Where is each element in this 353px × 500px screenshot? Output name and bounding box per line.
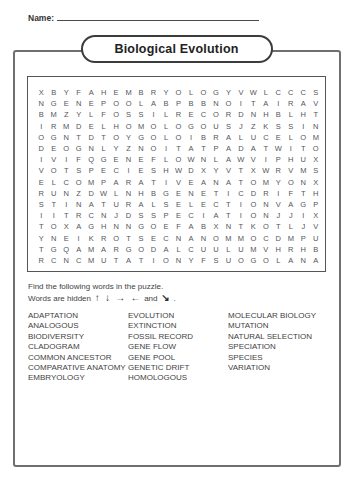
letter-cell[interactable]: G <box>47 244 59 255</box>
letter-cell[interactable]: D <box>147 244 159 255</box>
letter-cell[interactable]: H <box>260 109 272 120</box>
letter-cell[interactable]: A <box>185 232 197 243</box>
letter-cell[interactable]: T <box>35 221 47 232</box>
letter-cell[interactable]: S <box>135 210 147 221</box>
letter-cell[interactable]: H <box>97 221 109 232</box>
letter-cell[interactable]: V <box>35 165 47 176</box>
letter-cell[interactable]: N <box>72 98 84 109</box>
letter-cell[interactable]: G <box>47 132 59 143</box>
letter-cell[interactable]: I <box>72 232 84 243</box>
letter-cell[interactable]: W <box>235 154 247 165</box>
letter-cell[interactable]: M <box>122 87 134 98</box>
letter-cell[interactable]: R <box>47 121 59 132</box>
letter-cell[interactable]: R <box>172 109 184 120</box>
letter-cell[interactable]: G <box>135 132 147 143</box>
letter-cell[interactable]: A <box>222 132 234 143</box>
letter-cell[interactable]: K <box>247 221 259 232</box>
letter-cell[interactable]: N <box>122 221 134 232</box>
letter-cell[interactable]: S <box>222 121 234 132</box>
letter-cell[interactable]: N <box>122 188 134 199</box>
letter-cell[interactable]: O <box>110 232 122 243</box>
letter-cell[interactable]: V <box>310 221 322 232</box>
letter-cell[interactable]: U <box>235 244 247 255</box>
letter-cell[interactable]: L <box>135 98 147 109</box>
letter-cell[interactable]: U <box>197 244 209 255</box>
letter-cell[interactable]: G <box>135 221 147 232</box>
letter-cell[interactable]: J <box>285 210 297 221</box>
letter-cell[interactable]: L <box>285 221 297 232</box>
letter-cell[interactable]: A <box>72 244 84 255</box>
letter-cell[interactable]: E <box>85 98 97 109</box>
letter-cell[interactable]: V <box>272 199 284 210</box>
letter-cell[interactable]: X <box>310 154 322 165</box>
letter-cell[interactable]: T <box>97 199 109 210</box>
letter-cell[interactable]: I <box>235 210 247 221</box>
letter-cell[interactable]: A <box>72 221 84 232</box>
letter-cell[interactable]: H <box>272 244 284 255</box>
letter-cell[interactable]: N <box>260 199 272 210</box>
letter-cell[interactable]: A <box>85 199 97 210</box>
letter-cell[interactable]: O <box>297 132 309 143</box>
letter-cell[interactable]: O <box>122 121 134 132</box>
letter-cell[interactable]: W <box>97 188 109 199</box>
letter-cell[interactable]: A <box>135 177 147 188</box>
letter-cell[interactable]: U <box>110 199 122 210</box>
letter-cell[interactable]: M <box>247 244 259 255</box>
letter-cell[interactable]: M <box>47 109 59 120</box>
letter-cell[interactable]: B <box>47 87 59 98</box>
letter-cell[interactable]: O <box>260 221 272 232</box>
letter-cell[interactable]: O <box>135 244 147 255</box>
letter-cell[interactable]: F <box>72 154 84 165</box>
letter-cell[interactable]: B <box>310 244 322 255</box>
letter-cell[interactable]: A <box>185 221 197 232</box>
letter-cell[interactable]: A <box>222 154 234 165</box>
letter-cell[interactable]: B <box>185 98 197 109</box>
letter-cell[interactable]: B <box>135 87 147 98</box>
letter-cell[interactable]: F <box>285 188 297 199</box>
letter-cell[interactable]: O <box>222 98 234 109</box>
letter-cell[interactable]: F <box>172 221 184 232</box>
letter-cell[interactable]: U <box>222 255 234 266</box>
letter-cell[interactable]: M <box>60 121 72 132</box>
letter-cell[interactable]: I <box>147 109 159 120</box>
letter-cell[interactable]: G <box>210 87 222 98</box>
letter-cell[interactable]: O <box>247 232 259 243</box>
letter-cell[interactable]: U <box>297 154 309 165</box>
letter-cell[interactable]: N <box>172 255 184 266</box>
letter-cell[interactable]: T <box>60 210 72 221</box>
letter-cell[interactable]: Y <box>222 87 234 98</box>
letter-cell[interactable]: I <box>122 165 134 176</box>
letter-cell[interactable]: C <box>297 87 309 98</box>
letter-cell[interactable]: E <box>172 210 184 221</box>
letter-cell[interactable]: S <box>122 109 134 120</box>
letter-cell[interactable]: N <box>72 199 84 210</box>
letter-cell[interactable]: B <box>197 221 209 232</box>
letter-cell[interactable]: I <box>260 154 272 165</box>
letter-cell[interactable]: W <box>185 154 197 165</box>
letter-cell[interactable]: S <box>160 199 172 210</box>
letter-cell[interactable]: S <box>285 121 297 132</box>
letter-cell[interactable]: A <box>97 244 109 255</box>
letter-cell[interactable]: R <box>35 255 47 266</box>
letter-cell[interactable]: F <box>197 255 209 266</box>
letter-cell[interactable]: D <box>272 232 284 243</box>
letter-cell[interactable]: T <box>72 132 84 143</box>
letter-cell[interactable]: L <box>210 154 222 165</box>
letter-cell[interactable]: I <box>272 188 284 199</box>
letter-cell[interactable]: D <box>85 188 97 199</box>
letter-cell[interactable]: O <box>47 221 59 232</box>
letter-cell[interactable]: D <box>247 188 259 199</box>
letter-cell[interactable]: S <box>147 165 159 176</box>
letter-cell[interactable]: N <box>85 143 97 154</box>
letter-cell[interactable]: O <box>147 143 159 154</box>
letter-cell[interactable]: Q <box>60 244 72 255</box>
letter-cell[interactable]: J <box>272 210 284 221</box>
letter-cell[interactable]: A <box>197 177 209 188</box>
letter-cell[interactable]: N <box>210 98 222 109</box>
letter-cell[interactable]: O <box>247 199 259 210</box>
letter-cell[interactable]: D <box>235 109 247 120</box>
letter-cell[interactable]: N <box>60 255 72 266</box>
letter-cell[interactable]: E <box>197 188 209 199</box>
letter-cell[interactable]: K <box>260 121 272 132</box>
letter-cell[interactable]: V <box>285 165 297 176</box>
letter-cell[interactable]: Y <box>272 177 284 188</box>
letter-cell[interactable]: I <box>47 210 59 221</box>
letter-cell[interactable]: G <box>85 221 97 232</box>
letter-cell[interactable]: O <box>310 143 322 154</box>
letter-cell[interactable]: N <box>60 188 72 199</box>
letter-cell[interactable]: E <box>160 221 172 232</box>
letter-cell[interactable]: Y <box>110 143 122 154</box>
letter-cell[interactable]: A <box>185 143 197 154</box>
letter-cell[interactable]: L <box>260 87 272 98</box>
letter-cell[interactable]: I <box>160 143 172 154</box>
letter-cell[interactable]: C <box>197 109 209 120</box>
letter-cell[interactable]: O <box>110 132 122 143</box>
letter-cell[interactable]: T <box>60 165 72 176</box>
letter-cell[interactable]: F <box>97 109 109 120</box>
letter-cell[interactable]: E <box>135 165 147 176</box>
letter-cell[interactable]: M <box>285 232 297 243</box>
letter-cell[interactable]: N <box>247 109 259 120</box>
letter-cell[interactable]: L <box>110 188 122 199</box>
name-blank-line[interactable] <box>57 12 259 21</box>
letter-cell[interactable]: K <box>85 232 97 243</box>
letter-cell[interactable]: E <box>172 188 184 199</box>
letter-cell[interactable]: P <box>310 199 322 210</box>
letter-cell[interactable]: I <box>60 154 72 165</box>
letter-cell[interactable]: Y <box>160 87 172 98</box>
letter-cell[interactable]: T <box>210 188 222 199</box>
letter-cell[interactable]: C <box>110 165 122 176</box>
letter-cell[interactable]: L <box>285 109 297 120</box>
letter-cell[interactable]: G <box>72 143 84 154</box>
letter-cell[interactable]: T <box>222 199 234 210</box>
letter-cell[interactable]: U <box>97 255 109 266</box>
letter-cell[interactable]: M <box>135 121 147 132</box>
letter-cell[interactable]: D <box>185 165 197 176</box>
letter-cell[interactable]: O <box>122 98 134 109</box>
letter-cell[interactable]: M <box>297 165 309 176</box>
letter-cell[interactable]: O <box>210 232 222 243</box>
letter-cell[interactable]: A <box>110 177 122 188</box>
letter-cell[interactable]: L <box>85 109 97 120</box>
letter-cell[interactable]: A <box>297 98 309 109</box>
letter-cell[interactable]: O <box>147 221 159 232</box>
letter-cell[interactable]: A <box>122 255 134 266</box>
letter-cell[interactable]: I <box>285 143 297 154</box>
letter-cell[interactable]: L <box>47 177 59 188</box>
word-search-grid[interactable]: XBYFAHEMBRYOLOGYVWLCCCSNGENEPOOLABPBBNOI… <box>35 87 322 266</box>
letter-cell[interactable]: I <box>272 98 284 109</box>
letter-cell[interactable]: G <box>297 199 309 210</box>
letter-cell[interactable]: C <box>72 255 84 266</box>
letter-cell[interactable]: V <box>172 177 184 188</box>
letter-cell[interactable]: R <box>222 109 234 120</box>
letter-cell[interactable]: D <box>72 121 84 132</box>
letter-cell[interactable]: E <box>147 232 159 243</box>
letter-cell[interactable]: E <box>172 199 184 210</box>
letter-cell[interactable]: N <box>260 210 272 221</box>
letter-cell[interactable]: L <box>97 143 109 154</box>
letter-cell[interactable]: P <box>272 154 284 165</box>
letter-cell[interactable]: A <box>285 199 297 210</box>
letter-cell[interactable]: L <box>160 154 172 165</box>
letter-cell[interactable]: N <box>135 143 147 154</box>
letter-cell[interactable]: S <box>272 121 284 132</box>
letter-cell[interactable]: M <box>235 232 247 243</box>
letter-cell[interactable]: T <box>222 210 234 221</box>
letter-cell[interactable]: S <box>72 165 84 176</box>
letter-cell[interactable]: P <box>85 165 97 176</box>
letter-cell[interactable]: N <box>210 177 222 188</box>
letter-cell[interactable]: R <box>210 132 222 143</box>
letter-cell[interactable]: A <box>310 255 322 266</box>
letter-cell[interactable]: L <box>222 244 234 255</box>
letter-cell[interactable]: C <box>185 244 197 255</box>
letter-cell[interactable]: G <box>122 244 134 255</box>
letter-cell[interactable]: V <box>310 98 322 109</box>
letter-cell[interactable]: C <box>160 232 172 243</box>
letter-cell[interactable]: N <box>310 121 322 132</box>
letter-cell[interactable]: B <box>147 188 159 199</box>
letter-cell[interactable]: C <box>272 87 284 98</box>
letter-cell[interactable]: O <box>172 132 184 143</box>
letter-cell[interactable]: R <box>260 188 272 199</box>
letter-cell[interactable]: R <box>285 244 297 255</box>
letter-cell[interactable]: O <box>247 177 259 188</box>
letter-cell[interactable]: S <box>210 255 222 266</box>
letter-cell[interactable]: E <box>60 232 72 243</box>
letter-cell[interactable]: S <box>135 232 147 243</box>
letter-cell[interactable]: T <box>235 165 247 176</box>
letter-cell[interactable]: G <box>97 154 109 165</box>
letter-cell[interactable]: X <box>310 177 322 188</box>
letter-cell[interactable]: T <box>260 143 272 154</box>
letter-cell[interactable]: Y <box>60 87 72 98</box>
letter-cell[interactable]: P <box>297 232 309 243</box>
letter-cell[interactable]: O <box>72 177 84 188</box>
letter-cell[interactable]: A <box>85 87 97 98</box>
letter-cell[interactable]: G <box>47 98 59 109</box>
letter-cell[interactable]: N <box>47 232 59 243</box>
letter-cell[interactable]: H <box>285 154 297 165</box>
letter-cell[interactable]: O <box>60 143 72 154</box>
letter-cell[interactable]: I <box>35 210 47 221</box>
letter-cell[interactable]: T <box>247 98 259 109</box>
letter-cell[interactable]: M <box>85 244 97 255</box>
letter-cell[interactable]: B <box>272 109 284 120</box>
letter-cell[interactable]: I <box>147 255 159 266</box>
letter-cell[interactable]: O <box>210 109 222 120</box>
letter-cell[interactable]: R <box>97 232 109 243</box>
letter-cell[interactable]: C <box>60 177 72 188</box>
letter-cell[interactable]: E <box>185 177 197 188</box>
letter-cell[interactable]: I <box>160 177 172 188</box>
letter-cell[interactable]: S <box>310 87 322 98</box>
letter-cell[interactable]: N <box>197 154 209 165</box>
letter-cell[interactable]: T <box>97 132 109 143</box>
letter-cell[interactable]: E <box>185 109 197 120</box>
letter-cell[interactable]: T <box>172 143 184 154</box>
letter-cell[interactable]: L <box>185 199 197 210</box>
letter-cell[interactable]: X <box>247 165 259 176</box>
letter-cell[interactable]: T <box>235 221 247 232</box>
letter-cell[interactable]: O <box>172 121 184 132</box>
letter-cell[interactable]: E <box>97 165 109 176</box>
letter-cell[interactable]: L <box>97 121 109 132</box>
letter-cell[interactable]: V <box>47 154 59 165</box>
letter-cell[interactable]: E <box>60 98 72 109</box>
letter-cell[interactable]: U <box>210 121 222 132</box>
letter-cell[interactable]: L <box>235 132 247 143</box>
letter-cell[interactable]: M <box>85 255 97 266</box>
letter-cell[interactable]: O <box>260 255 272 266</box>
letter-cell[interactable]: L <box>147 199 159 210</box>
letter-cell[interactable]: O <box>147 121 159 132</box>
letter-cell[interactable]: X <box>197 165 209 176</box>
letter-cell[interactable]: E <box>135 154 147 165</box>
letter-cell[interactable]: U <box>47 188 59 199</box>
letter-cell[interactable]: E <box>35 177 47 188</box>
letter-cell[interactable]: I <box>235 98 247 109</box>
letter-cell[interactable]: O <box>197 121 209 132</box>
letter-cell[interactable]: M <box>222 232 234 243</box>
letter-cell[interactable]: I <box>297 121 309 132</box>
letter-cell[interactable]: S <box>147 210 159 221</box>
letter-cell[interactable]: L <box>160 121 172 132</box>
letter-cell[interactable]: W <box>272 143 284 154</box>
letter-cell[interactable]: C <box>85 210 97 221</box>
letter-cell[interactable]: R <box>147 87 159 98</box>
letter-cell[interactable]: W <box>260 165 272 176</box>
letter-cell[interactable]: F <box>147 154 159 165</box>
letter-cell[interactable]: C <box>285 87 297 98</box>
letter-cell[interactable]: D <box>122 210 134 221</box>
letter-cell[interactable]: I <box>185 132 197 143</box>
letter-cell[interactable]: I <box>35 154 47 165</box>
letter-cell[interactable]: S <box>135 109 147 120</box>
letter-cell[interactable]: B <box>197 132 209 143</box>
letter-cell[interactable]: T <box>47 199 59 210</box>
letter-cell[interactable]: B <box>197 98 209 109</box>
letter-cell[interactable]: G <box>185 121 197 132</box>
letter-cell[interactable]: C <box>260 132 272 143</box>
letter-cell[interactable]: N <box>172 232 184 243</box>
letter-cell[interactable]: I <box>297 210 309 221</box>
letter-cell[interactable]: T <box>135 255 147 266</box>
letter-cell[interactable]: T <box>147 177 159 188</box>
letter-cell[interactable]: A <box>210 210 222 221</box>
letter-cell[interactable]: O <box>47 165 59 176</box>
letter-cell[interactable]: E <box>110 154 122 165</box>
letter-cell[interactable]: X <box>60 221 72 232</box>
letter-cell[interactable]: T <box>297 188 309 199</box>
letter-cell[interactable]: U <box>247 132 259 143</box>
letter-cell[interactable]: B <box>160 98 172 109</box>
letter-cell[interactable]: L <box>285 132 297 143</box>
letter-cell[interactable]: O <box>247 210 259 221</box>
letter-cell[interactable]: Q <box>85 154 97 165</box>
letter-cell[interactable]: Z <box>247 121 259 132</box>
letter-cell[interactable]: R <box>122 177 134 188</box>
letter-cell[interactable]: I <box>197 210 209 221</box>
letter-cell[interactable]: N <box>97 210 109 221</box>
letter-cell[interactable]: O <box>147 132 159 143</box>
letter-cell[interactable]: O <box>197 87 209 98</box>
letter-cell[interactable]: D <box>35 143 47 154</box>
letter-cell[interactable]: E <box>197 199 209 210</box>
letter-cell[interactable]: C <box>260 232 272 243</box>
letter-cell[interactable]: O <box>110 98 122 109</box>
letter-cell[interactable]: T <box>297 143 309 154</box>
letter-cell[interactable]: M <box>260 177 272 188</box>
letter-cell[interactable]: J <box>110 210 122 221</box>
letter-cell[interactable]: F <box>72 87 84 98</box>
letter-cell[interactable]: N <box>222 221 234 232</box>
letter-cell[interactable]: H <box>97 87 109 98</box>
letter-cell[interactable]: A <box>260 98 272 109</box>
letter-cell[interactable]: O <box>235 255 247 266</box>
letter-cell[interactable]: H <box>160 165 172 176</box>
letter-cell[interactable]: P <box>210 143 222 154</box>
letter-cell[interactable]: O <box>35 132 47 143</box>
letter-cell[interactable]: X <box>310 210 322 221</box>
letter-cell[interactable]: I <box>60 199 72 210</box>
letter-cell[interactable]: C <box>235 188 247 199</box>
letter-cell[interactable]: X <box>210 221 222 232</box>
letter-cell[interactable]: I <box>235 199 247 210</box>
letter-cell[interactable]: U <box>210 244 222 255</box>
letter-cell[interactable]: X <box>35 87 47 98</box>
letter-cell[interactable]: O <box>172 154 184 165</box>
letter-cell[interactable]: H <box>310 188 322 199</box>
letter-cell[interactable]: G <box>247 255 259 266</box>
letter-cell[interactable]: H <box>297 109 309 120</box>
letter-cell[interactable]: L <box>185 87 197 98</box>
letter-cell[interactable]: N <box>60 132 72 143</box>
letter-cell[interactable]: O <box>160 255 172 266</box>
letter-cell[interactable]: S <box>310 165 322 176</box>
letter-cell[interactable]: T <box>122 232 134 243</box>
letter-cell[interactable]: R <box>122 199 134 210</box>
letter-cell[interactable]: G <box>160 188 172 199</box>
letter-cell[interactable]: I <box>222 188 234 199</box>
